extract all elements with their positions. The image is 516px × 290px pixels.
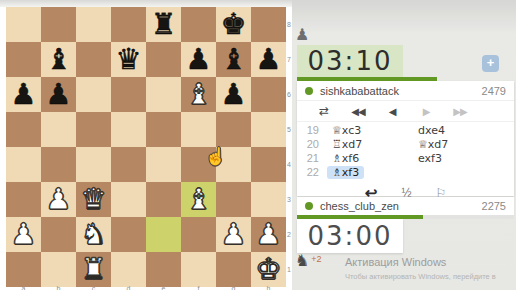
- square-c4[interactable]: [76, 147, 111, 182]
- move-cell-black: exf3: [413, 152, 499, 165]
- white-pawn-h2: ♟: [251, 217, 286, 252]
- move-row-22: 22♗xf3: [297, 165, 514, 179]
- square-c2[interactable]: ♞: [76, 217, 111, 252]
- move-cell-black: ♕xd7: [413, 138, 499, 151]
- square-b3[interactable]: ♟: [41, 182, 76, 217]
- square-f5[interactable]: [181, 112, 216, 147]
- black-queen-d7: ♛: [111, 42, 146, 77]
- square-h2[interactable]: ♟: [251, 217, 286, 252]
- square-e8[interactable]: ♜: [146, 7, 181, 42]
- move-cell-white: ♗xf6: [327, 152, 413, 165]
- white-pawn-g2: ♟: [216, 217, 251, 252]
- black-pawn-g6: ♟: [216, 77, 251, 112]
- square-d7[interactable]: ♛: [111, 42, 146, 77]
- black-king-g8: ♚: [216, 7, 251, 42]
- move-20-white[interactable]: ♖xd7: [327, 138, 367, 151]
- flip-board-button[interactable]: ⇄: [307, 104, 341, 118]
- top-player-clock: 03:10: [297, 45, 403, 77]
- move-21-white[interactable]: ♗xf6: [327, 152, 364, 165]
- square-c3[interactable]: ♛: [76, 182, 111, 217]
- next-move-button[interactable]: ▶: [409, 106, 443, 117]
- online-status-dot: [305, 202, 313, 210]
- square-e7[interactable]: [146, 42, 181, 77]
- file-label-e: e: [146, 285, 181, 290]
- square-g3[interactable]: [216, 182, 251, 217]
- square-c5[interactable]: [76, 112, 111, 147]
- move-row-19: 19♕xc3dxe4: [297, 123, 514, 137]
- move-cell-white: ♕xc3: [327, 124, 413, 137]
- move-number: 21: [297, 152, 327, 164]
- bottom-player-clock: 03:00: [297, 219, 403, 253]
- move-number: 22: [297, 166, 327, 178]
- square-f3[interactable]: ♝: [181, 182, 216, 217]
- square-f8[interactable]: [181, 7, 216, 42]
- mouse-cursor-hand-icon: ☝: [205, 146, 226, 167]
- game-screen: ♜♚♝♛♟♝♟♟♟♝♟♟♛♝♟♞♟♟♜♚ 87654321abcdefgh ☝ …: [0, 0, 516, 290]
- square-b1[interactable]: [41, 252, 76, 287]
- captured-knight-icon: ♞: [295, 251, 309, 270]
- square-d3[interactable]: [111, 182, 146, 217]
- square-a6[interactable]: ♟: [6, 77, 41, 112]
- square-e6[interactable]: [146, 77, 181, 112]
- square-c8[interactable]: [76, 7, 111, 42]
- square-e5[interactable]: [146, 112, 181, 147]
- chess-board[interactable]: ♜♚♝♛♟♝♟♟♟♝♟♟♛♝♟♞♟♟♜♚: [6, 7, 286, 287]
- material-advantage: +2: [311, 254, 321, 264]
- square-b5[interactable]: [41, 112, 76, 147]
- white-bishop-f6: ♝: [181, 77, 216, 112]
- square-f6[interactable]: ♝: [181, 77, 216, 112]
- square-a4[interactable]: [6, 147, 41, 182]
- square-c7[interactable]: [76, 42, 111, 77]
- file-label-d: d: [111, 285, 146, 290]
- square-a7[interactable]: [6, 42, 41, 77]
- square-g8[interactable]: ♚: [216, 7, 251, 42]
- square-g1[interactable]: [216, 252, 251, 287]
- bottom-player-rating: 2275: [482, 200, 506, 212]
- square-c1[interactable]: ♜: [76, 252, 111, 287]
- move-21-black[interactable]: exf3: [413, 152, 447, 165]
- top-player-rating: 2479: [482, 85, 506, 97]
- move-19-white[interactable]: ♕xc3: [327, 124, 366, 137]
- square-h7[interactable]: ♟: [251, 42, 286, 77]
- square-d8[interactable]: [111, 7, 146, 42]
- bottom-player-row: chess_club_zen 2275: [297, 197, 514, 215]
- file-label-f: f: [181, 285, 216, 290]
- square-b7[interactable]: ♝: [41, 42, 76, 77]
- black-pawn-h7: ♟: [251, 42, 286, 77]
- square-e2[interactable]: [146, 217, 181, 252]
- square-a2[interactable]: ♟: [6, 217, 41, 252]
- windows-activation-watermark: Активация Windows: [345, 256, 446, 268]
- square-a3[interactable]: [6, 182, 41, 217]
- move-cell-white: ♖xd7: [327, 138, 413, 151]
- black-bishop-b7: ♝: [41, 42, 76, 77]
- bottom-player-name[interactable]: chess_club_zen: [320, 200, 482, 212]
- square-f1[interactable]: [181, 252, 216, 287]
- square-d4[interactable]: [111, 147, 146, 182]
- file-label-g: g: [216, 285, 251, 290]
- square-e3[interactable]: [146, 182, 181, 217]
- move-number: 19: [297, 124, 327, 136]
- move-number: 20: [297, 138, 327, 150]
- square-g6[interactable]: ♟: [216, 77, 251, 112]
- white-queen-c3: ♛: [76, 182, 111, 217]
- square-b8[interactable]: [41, 7, 76, 42]
- square-h3[interactable]: [251, 182, 286, 217]
- square-b4[interactable]: [41, 147, 76, 182]
- square-g5[interactable]: [216, 112, 251, 147]
- square-g2[interactable]: ♟: [216, 217, 251, 252]
- black-bishop-g7: ♝: [216, 42, 251, 77]
- go-first-move-button[interactable]: ◀◀: [341, 106, 375, 117]
- square-c6[interactable]: [76, 77, 111, 112]
- move-list-card: sishkababattack 2479 ⇄◀◀◀▶▶▶ 19♕xc3dxe42…: [297, 81, 514, 196]
- top-player-name[interactable]: sishkababattack: [320, 85, 482, 97]
- square-d5[interactable]: [111, 112, 146, 147]
- move-row-21: 21♗xf6exf3: [297, 151, 514, 165]
- move-row-20: 20♖xd7♕xd7: [297, 137, 514, 151]
- square-h8[interactable]: [251, 7, 286, 42]
- file-label-a: a: [6, 285, 41, 290]
- black-pawn-f7: ♟: [181, 42, 216, 77]
- previous-move-button[interactable]: ◀: [375, 106, 409, 117]
- windows-activation-watermark-sub: Чтобы активировать Windows, перейдите в: [345, 272, 496, 281]
- captured-pieces-row: ♞ +2: [295, 251, 322, 270]
- file-label-b: b: [41, 285, 76, 290]
- online-status-dot: [305, 87, 313, 95]
- square-b2[interactable]: [41, 217, 76, 252]
- square-d6[interactable]: [111, 77, 146, 112]
- square-d1[interactable]: [111, 252, 146, 287]
- move-nav-row: ⇄◀◀◀▶▶▶: [297, 101, 514, 122]
- black-pawn-icon: ♟: [295, 26, 309, 44]
- square-h4[interactable]: [251, 147, 286, 182]
- square-e1[interactable]: [146, 252, 181, 287]
- square-a8[interactable]: [6, 7, 41, 42]
- white-pawn-b3: ♟: [41, 182, 76, 217]
- white-bishop-f3: ♝: [181, 182, 216, 217]
- move-20-black[interactable]: ♕xd7: [413, 138, 453, 151]
- black-pawn-b6: ♟: [41, 77, 76, 112]
- file-label-h: h: [251, 285, 286, 290]
- square-d2[interactable]: [111, 217, 146, 252]
- square-h5[interactable]: [251, 112, 286, 147]
- move-list: 19♕xc3dxe420♖xd7♕xd721♗xf6exf322♗xf3: [297, 122, 514, 180]
- file-label-c: c: [76, 285, 111, 290]
- square-e4[interactable]: [146, 147, 181, 182]
- black-pawn-a6: ♟: [6, 77, 41, 112]
- move-22-white[interactable]: ♗xf3: [327, 166, 364, 179]
- move-cell-white: ♗xf3: [327, 166, 413, 179]
- square-f2[interactable]: [181, 217, 216, 252]
- move-19-black[interactable]: dxe4: [413, 124, 450, 137]
- white-knight-c2: ♞: [76, 217, 111, 252]
- side-panel: ♟ 03:10 + sishkababattack 2479 ⇄◀◀◀▶▶▶ 1…: [292, 0, 516, 290]
- white-rook-c1: ♜: [76, 252, 111, 287]
- square-a1[interactable]: [6, 252, 41, 287]
- add-time-button[interactable]: +: [482, 55, 499, 72]
- square-a5[interactable]: [6, 112, 41, 147]
- move-cell-black: dxe4: [413, 124, 499, 137]
- square-g7[interactable]: ♝: [216, 42, 251, 77]
- square-f7[interactable]: ♟: [181, 42, 216, 77]
- square-h1[interactable]: ♚: [251, 252, 286, 287]
- top-player-row: sishkababattack 2479: [297, 81, 514, 101]
- go-last-move-button[interactable]: ▶▶: [443, 106, 477, 117]
- black-rook-e8: ♜: [146, 7, 181, 42]
- white-pawn-a2: ♟: [6, 217, 41, 252]
- white-king-h1: ♚: [251, 252, 286, 287]
- square-b6[interactable]: ♟: [41, 77, 76, 112]
- square-h6[interactable]: [251, 77, 286, 112]
